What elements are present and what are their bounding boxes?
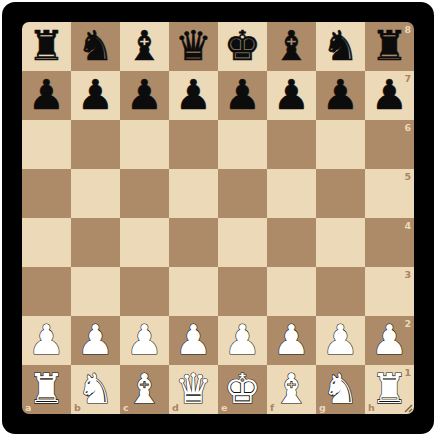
square-c1[interactable]: ♝c [120,365,169,414]
square-h5[interactable]: 5 [365,169,414,218]
square-a8[interactable]: ♜ [22,22,71,71]
square-g5[interactable] [316,169,365,218]
square-g7[interactable]: ♟ [316,71,365,120]
piece-white-pawn[interactable]: ♟ [267,316,316,365]
square-g6[interactable] [316,120,365,169]
piece-black-bishop[interactable]: ♝ [120,22,169,71]
piece-black-king[interactable]: ♚ [218,22,267,71]
square-d6[interactable] [169,120,218,169]
piece-black-knight[interactable]: ♞ [71,22,120,71]
square-f8[interactable]: ♝ [267,22,316,71]
square-e2[interactable]: ♟ [218,316,267,365]
square-e4[interactable] [218,218,267,267]
square-h6[interactable]: 6 [365,120,414,169]
square-c2[interactable]: ♟ [120,316,169,365]
file-label-g: g [319,403,326,413]
piece-white-pawn[interactable]: ♟ [316,316,365,365]
square-g1[interactable]: ♞g [316,365,365,414]
square-f4[interactable] [267,218,316,267]
square-g8[interactable]: ♞ [316,22,365,71]
square-h7[interactable]: ♟7 [365,71,414,120]
square-h4[interactable]: 4 [365,218,414,267]
square-b5[interactable] [71,169,120,218]
square-d7[interactable]: ♟ [169,71,218,120]
square-g3[interactable] [316,267,365,316]
square-f2[interactable]: ♟ [267,316,316,365]
file-label-e: e [221,403,227,413]
piece-black-pawn[interactable]: ♟ [218,71,267,120]
square-h1[interactable]: ♜h1 [365,365,414,414]
square-d1[interactable]: ♛d [169,365,218,414]
piece-black-knight[interactable]: ♞ [316,22,365,71]
square-c6[interactable] [120,120,169,169]
square-c5[interactable] [120,169,169,218]
file-label-c: c [123,403,129,413]
piece-black-pawn[interactable]: ♟ [22,71,71,120]
square-d5[interactable] [169,169,218,218]
board-stage: ♜♞♝♛♚♝♞♜8♟♟♟♟♟♟♟♟76543♟♟♟♟♟♟♟♟2♜a♞b♝c♛d♚… [0,0,436,436]
square-d3[interactable] [169,267,218,316]
square-f3[interactable] [267,267,316,316]
piece-white-pawn[interactable]: ♟ [120,316,169,365]
square-e3[interactable] [218,267,267,316]
rank-label-8: 8 [404,25,411,35]
square-b3[interactable] [71,267,120,316]
rank-label-3: 3 [404,270,411,280]
square-a1[interactable]: ♜a [22,365,71,414]
square-b6[interactable] [71,120,120,169]
piece-white-bishop[interactable]: ♝ [267,365,316,414]
file-label-f: f [270,403,274,413]
square-b7[interactable]: ♟ [71,71,120,120]
square-e6[interactable] [218,120,267,169]
piece-black-bishop[interactable]: ♝ [267,22,316,71]
file-label-a: a [25,403,31,413]
square-a6[interactable] [22,120,71,169]
square-g2[interactable]: ♟ [316,316,365,365]
file-label-d: d [172,403,179,413]
piece-black-rook[interactable]: ♜ [22,22,71,71]
square-f1[interactable]: ♝f [267,365,316,414]
piece-black-queen[interactable]: ♛ [169,22,218,71]
piece-black-pawn[interactable]: ♟ [267,71,316,120]
piece-white-pawn[interactable]: ♟ [218,316,267,365]
file-label-b: b [74,403,81,413]
piece-white-pawn[interactable]: ♟ [22,316,71,365]
square-h3[interactable]: 3 [365,267,414,316]
square-h2[interactable]: ♟2 [365,316,414,365]
rank-label-4: 4 [404,221,411,231]
rank-label-7: 7 [404,74,411,84]
piece-black-pawn[interactable]: ♟ [120,71,169,120]
piece-white-pawn[interactable]: ♟ [71,316,120,365]
chess-board[interactable]: ♜♞♝♛♚♝♞♜8♟♟♟♟♟♟♟♟76543♟♟♟♟♟♟♟♟2♜a♞b♝c♛d♚… [22,22,414,414]
square-e5[interactable] [218,169,267,218]
square-f6[interactable] [267,120,316,169]
rank-label-1: 1 [404,368,411,378]
square-e1[interactable]: ♚e [218,365,267,414]
square-b8[interactable]: ♞ [71,22,120,71]
square-d8[interactable]: ♛ [169,22,218,71]
square-e7[interactable]: ♟ [218,71,267,120]
piece-black-pawn[interactable]: ♟ [316,71,365,120]
square-a5[interactable] [22,169,71,218]
square-a7[interactable]: ♟ [22,71,71,120]
square-a4[interactable] [22,218,71,267]
square-e8[interactable]: ♚ [218,22,267,71]
square-b2[interactable]: ♟ [71,316,120,365]
square-c8[interactable]: ♝ [120,22,169,71]
square-a3[interactable] [22,267,71,316]
square-h8[interactable]: ♜8 [365,22,414,71]
square-d2[interactable]: ♟ [169,316,218,365]
rank-label-5: 5 [404,172,411,182]
square-b1[interactable]: ♞b [71,365,120,414]
square-d4[interactable] [169,218,218,267]
square-c3[interactable] [120,267,169,316]
piece-black-pawn[interactable]: ♟ [169,71,218,120]
square-f5[interactable] [267,169,316,218]
square-c7[interactable]: ♟ [120,71,169,120]
square-b4[interactable] [71,218,120,267]
rank-label-6: 6 [404,123,411,133]
file-label-h: h [368,403,375,413]
square-c4[interactable] [120,218,169,267]
square-a2[interactable]: ♟ [22,316,71,365]
resize-handle-icon[interactable] [402,402,413,413]
piece-white-pawn[interactable]: ♟ [169,316,218,365]
rank-label-2: 2 [404,319,411,329]
square-f7[interactable]: ♟ [267,71,316,120]
square-g4[interactable] [316,218,365,267]
piece-black-pawn[interactable]: ♟ [71,71,120,120]
